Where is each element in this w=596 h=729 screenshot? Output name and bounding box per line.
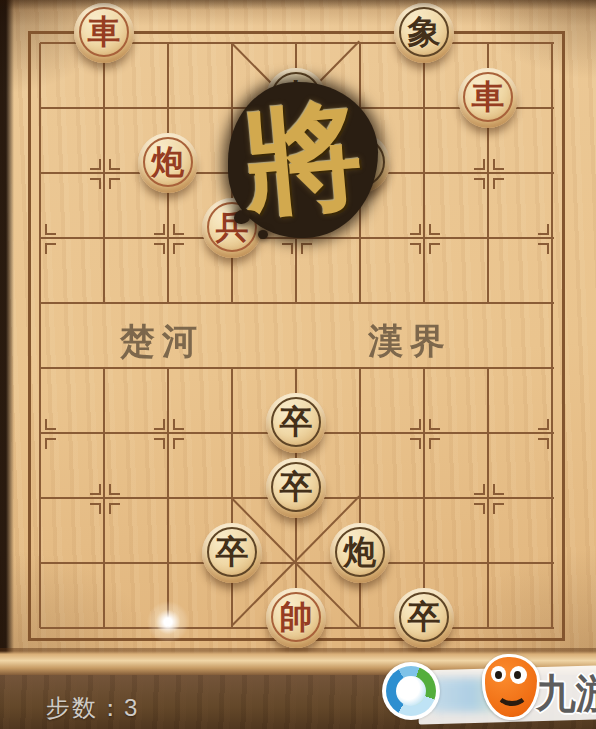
piece-character: 車 (74, 3, 134, 59)
position-mark (538, 243, 549, 254)
position-mark (410, 243, 421, 254)
red-soldier[interactable]: 兵 (202, 198, 262, 258)
red-chariot-1[interactable]: 車 (74, 3, 134, 63)
red-cannon[interactable]: 炮 (138, 133, 198, 193)
step-counter: 步数：3 (46, 692, 139, 724)
position-mark (109, 484, 120, 495)
position-mark (45, 243, 56, 254)
river-label-right: 漢界 (368, 318, 452, 365)
xiangqi-board[interactable]: 楚河 漢界 車象士車炮將兵卒卒卒炮帥卒 將 (0, 0, 596, 657)
black-general[interactable]: 將 (330, 133, 390, 193)
river-label-left: 楚河 (120, 318, 204, 365)
position-mark (474, 159, 485, 170)
position-mark (538, 419, 549, 430)
position-mark (282, 224, 293, 235)
position-mark (45, 224, 56, 235)
black-soldier-3[interactable]: 卒 (202, 523, 262, 583)
position-mark (301, 224, 312, 235)
position-mark (410, 419, 421, 430)
position-mark (90, 484, 101, 495)
red-chariot-2[interactable]: 車 (458, 68, 518, 128)
piece-character: 卒 (202, 523, 262, 579)
grid-line (103, 368, 105, 628)
position-mark (474, 484, 485, 495)
piece-character: 車 (458, 68, 518, 124)
grid-line (40, 302, 554, 304)
position-mark (429, 243, 440, 254)
position-mark (154, 224, 165, 235)
piece-character: 象 (394, 3, 454, 59)
position-mark (173, 224, 184, 235)
grid-line (40, 237, 554, 239)
position-mark (45, 419, 56, 430)
grid-line (359, 368, 361, 628)
black-cannon[interactable]: 炮 (330, 523, 390, 583)
position-mark (493, 178, 504, 189)
black-soldier-1[interactable]: 卒 (266, 393, 326, 453)
xiangqi-game-screen: 楚河 漢界 車象士車炮將兵卒卒卒炮帥卒 將 步数：3 九游 (0, 0, 596, 729)
grid-line (40, 172, 554, 174)
jiuyou-brand-text: 九游 (536, 666, 596, 721)
position-mark (90, 159, 101, 170)
position-mark (173, 419, 184, 430)
black-soldier-4[interactable]: 卒 (394, 588, 454, 648)
grid-line (40, 367, 554, 369)
position-mark (154, 419, 165, 430)
red-general[interactable]: 帥 (266, 588, 326, 648)
position-mark (474, 503, 485, 514)
position-mark (301, 243, 312, 254)
black-advisor[interactable]: 士 (266, 68, 326, 128)
grid-line (231, 43, 233, 303)
position-mark (410, 438, 421, 449)
position-mark (410, 224, 421, 235)
piece-character: 帥 (266, 588, 326, 644)
position-mark (173, 438, 184, 449)
position-mark (429, 438, 440, 449)
position-mark (538, 438, 549, 449)
piece-character: 將 (330, 133, 390, 189)
position-mark (429, 419, 440, 430)
grid-line (39, 43, 41, 628)
position-mark (45, 438, 56, 449)
position-mark (282, 243, 293, 254)
position-mark (173, 243, 184, 254)
position-mark (109, 178, 120, 189)
position-mark (493, 484, 504, 495)
mascot-eye (491, 666, 506, 682)
black-elephant[interactable]: 象 (394, 3, 454, 63)
position-mark (474, 178, 485, 189)
position-mark (154, 243, 165, 254)
piece-character: 炮 (138, 133, 198, 189)
piece-character: 兵 (202, 198, 262, 254)
piece-character: 卒 (266, 393, 326, 449)
piece-character: 炮 (330, 523, 390, 579)
grid-line (103, 43, 105, 303)
step-counter-label: 步数： (46, 694, 124, 721)
grid-line (551, 43, 553, 628)
position-mark (109, 503, 120, 514)
globe-logo-icon (382, 662, 440, 720)
position-mark (538, 224, 549, 235)
jiuyou-watermark: 九游 (378, 650, 596, 729)
position-mark (154, 438, 165, 449)
black-soldier-2[interactable]: 卒 (266, 458, 326, 518)
piece-character: 士 (266, 68, 326, 124)
step-counter-value: 3 (124, 694, 139, 721)
position-mark (109, 159, 120, 170)
grid-line (423, 43, 425, 303)
position-mark (90, 178, 101, 189)
mascot-smile (496, 681, 528, 706)
position-mark (493, 503, 504, 514)
position-mark (90, 503, 101, 514)
piece-character: 卒 (394, 588, 454, 644)
grid-line (487, 368, 489, 628)
grid-line (167, 368, 169, 628)
globe-core (396, 676, 426, 706)
position-mark (429, 224, 440, 235)
position-mark (493, 159, 504, 170)
piece-character: 卒 (266, 458, 326, 514)
